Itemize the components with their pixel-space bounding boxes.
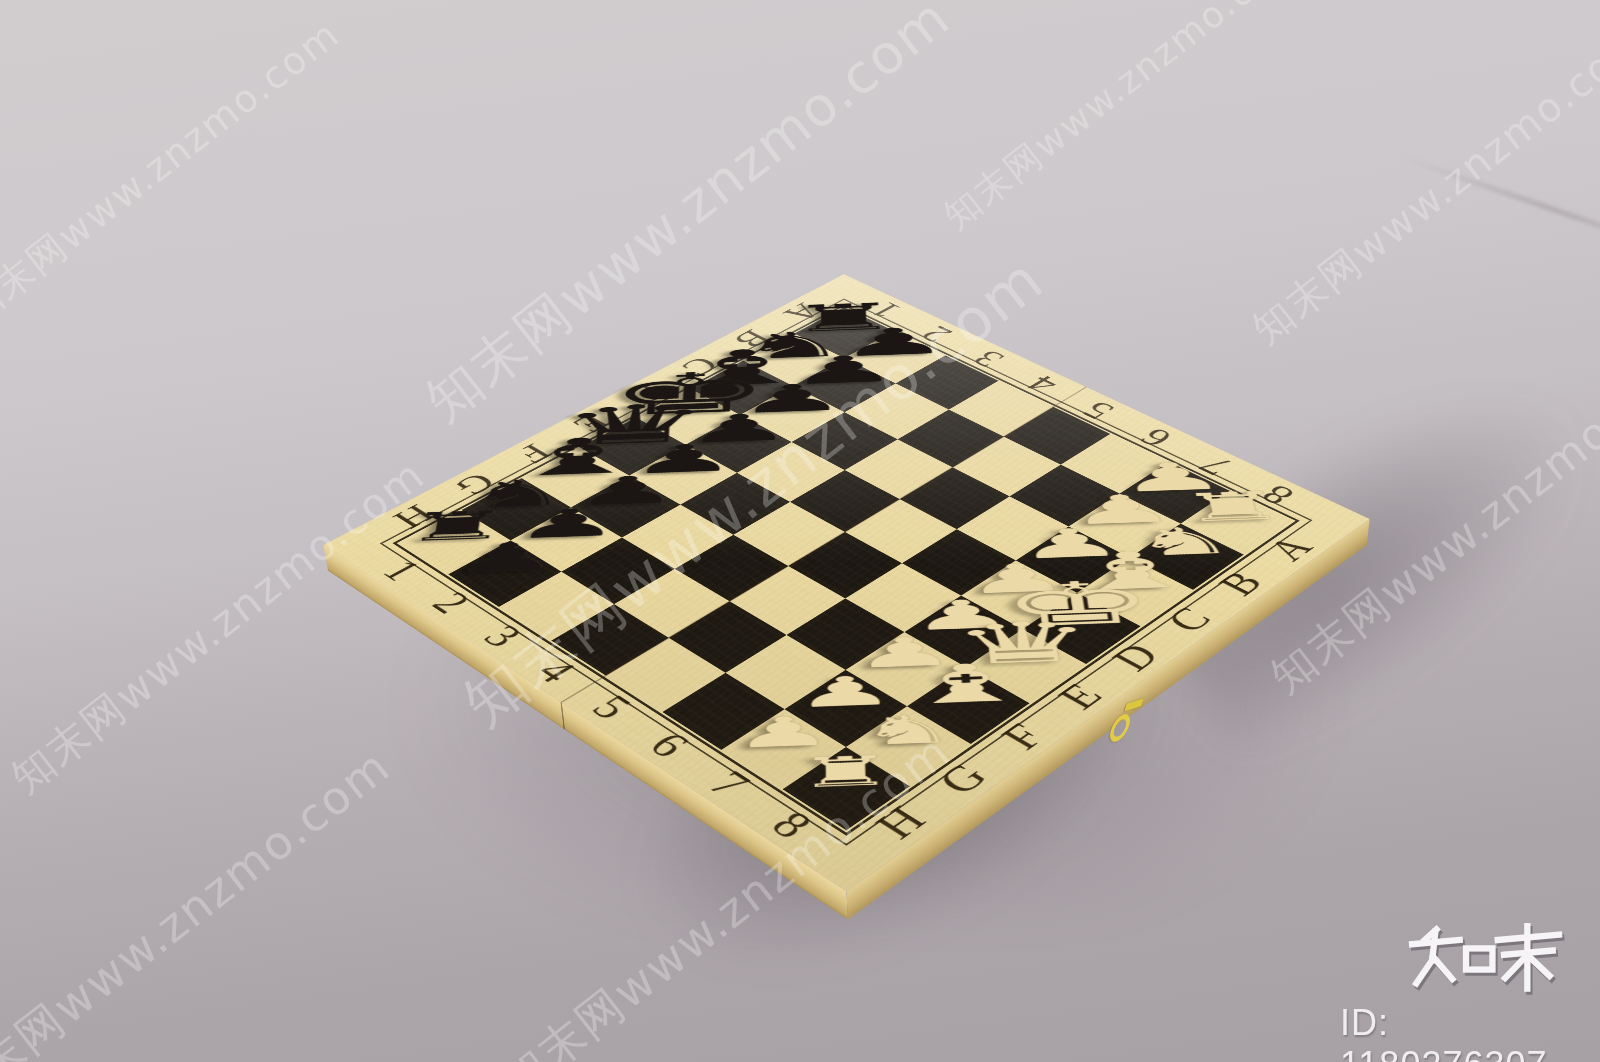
watermark-tile-2: 知末网www.znzmo.com <box>938 0 1308 235</box>
logo-stroke <box>1505 957 1525 978</box>
label-top-rank-6: 6 <box>1132 424 1179 451</box>
side-fold-seam <box>560 702 565 730</box>
wall-floor-corner-line <box>1398 154 1600 265</box>
znzmo-logo-block: ID: 1180276307 <box>1340 922 1600 1062</box>
latch-bar <box>1124 698 1143 711</box>
logo-stroke <box>1416 960 1432 983</box>
label-top-rank-3: 3 <box>965 346 1010 370</box>
chess-board: 1234567812345678ABCDEFGHABCDEFGH ♜♞♟♝♟♚♟… <box>323 274 1369 891</box>
watermark-id: ID: 1180276307 <box>1340 1002 1600 1062</box>
logo-stroke <box>1433 957 1452 979</box>
watermark-tile-7: 知末网www.znzmo.com <box>0 742 398 1062</box>
watermark-tile-4: 知末网www.znzmo.com <box>4 453 432 800</box>
watermark-tile-3: 知末网www.znzmo.com <box>1245 18 1600 350</box>
watermark-tile-0: 知末网www.znzmo.com <box>0 14 346 330</box>
scene: 1234567812345678ABCDEFGHABCDEFGH ♜♞♟♝♟♚♟… <box>0 0 1600 1062</box>
label-top-rank-4: 4 <box>1019 371 1065 396</box>
logo-stroke <box>1529 957 1549 976</box>
brass-latch <box>1114 692 1143 741</box>
latch-ring <box>1110 709 1131 747</box>
znzmo-logo-icon <box>1404 922 1564 996</box>
label-top-rank-5: 5 <box>1075 397 1121 423</box>
board-surface: 1234567812345678ABCDEFGHABCDEFGH ♜♞♟♝♟♚♟… <box>323 274 1369 891</box>
logo-stroke <box>1466 948 1492 969</box>
